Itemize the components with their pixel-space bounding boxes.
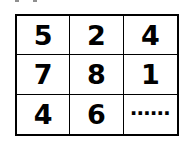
cropped-text-fragment xyxy=(15,0,19,2)
number-grid: 5 2 4 7 8 1 4 6 …… xyxy=(15,14,179,136)
puzzle-page: 5 2 4 7 8 1 4 6 …… xyxy=(0,0,194,158)
cell-r1c2: 1 xyxy=(124,55,177,94)
cell-r0c1: 2 xyxy=(70,16,123,55)
cell-r2c1: 6 xyxy=(70,95,123,134)
cell-r2c2-ellipsis: …… xyxy=(124,95,177,134)
cell-r2c0: 4 xyxy=(17,95,70,134)
cropped-text-fragment xyxy=(33,0,37,2)
cell-r0c2: 4 xyxy=(124,16,177,55)
cell-r1c0: 7 xyxy=(17,55,70,94)
cell-r1c1: 8 xyxy=(70,55,123,94)
cell-r0c0: 5 xyxy=(17,16,70,55)
